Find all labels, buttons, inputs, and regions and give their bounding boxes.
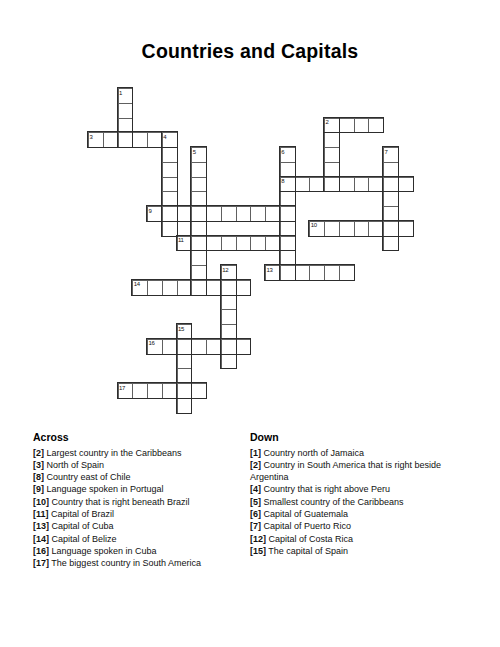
grid-cell-r8c9[interactable] — [221, 206, 237, 222]
grid-cell-r7c13[interactable] — [280, 191, 296, 207]
grid-cell-r13c9[interactable] — [221, 280, 237, 296]
grid-cell-r9c16[interactable] — [324, 221, 340, 237]
grid-cell-r4c7[interactable] — [191, 147, 207, 163]
clue-number-label: [7] — [250, 521, 261, 531]
grid-cell-r16c9[interactable] — [221, 324, 237, 340]
grid-cell-r9c18[interactable] — [354, 221, 370, 237]
grid-cell-r8c13[interactable] — [280, 206, 296, 222]
grid-cell-r17c5[interactable] — [162, 339, 178, 355]
clue-down-15: [15] The capital of Spain — [250, 545, 465, 557]
clue-number-label: [2] — [250, 460, 261, 470]
grid-cell-r8c7[interactable] — [191, 206, 207, 222]
grid-cell-r20c2[interactable] — [118, 383, 134, 399]
grid-cell-r12c7[interactable] — [191, 265, 207, 281]
clue-number-label: [14] — [33, 534, 49, 544]
grid-cell-r10c11[interactable] — [250, 236, 266, 252]
grid-cell-r10c7[interactable] — [191, 236, 207, 252]
grid-cell-r6c16[interactable] — [324, 177, 340, 193]
grid-cell-r20c3[interactable] — [132, 383, 148, 399]
clue-across-9: [9] Language spoken in Portugal — [33, 483, 245, 495]
clue-across-11: [11] Capital of Brazil — [33, 508, 245, 520]
clue-down-7: [7] Capital of Puerto Rico — [250, 520, 465, 532]
grid-cell-r3c1[interactable] — [103, 132, 119, 148]
grid-cell-r12c16[interactable] — [324, 265, 340, 281]
grid-cell-r17c6[interactable] — [177, 339, 193, 355]
clue-number-label: [10] — [33, 497, 49, 507]
clue-across-8: [8] Country east of Chile — [33, 471, 245, 483]
clue-number-label: [9] — [33, 484, 44, 494]
across-header: Across — [33, 431, 245, 443]
grid-cell-r6c13[interactable] — [280, 177, 296, 193]
grid-cell-r19c6[interactable] — [177, 368, 193, 384]
grid-cell-r6c14[interactable] — [295, 177, 311, 193]
grid-cell-r6c17[interactable] — [339, 177, 355, 193]
grid-cell-r6c7[interactable] — [191, 177, 207, 193]
clue-across-14: [14] Capital of Belize — [33, 533, 245, 545]
grid-cell-r13c6[interactable] — [177, 280, 193, 296]
grid-cell-r20c5[interactable] — [162, 383, 178, 399]
grid-cell-r8c5[interactable] — [162, 206, 178, 222]
grid-cell-r9c20[interactable] — [383, 221, 399, 237]
grid-cell-r2c2[interactable] — [118, 118, 134, 134]
down-clues-section: Down [1] Country north of Jamaica[2] Cou… — [250, 431, 465, 557]
grid-cell-r6c19[interactable] — [368, 177, 384, 193]
grid-cell-r0c2[interactable] — [118, 88, 134, 104]
grid-cell-r9c17[interactable] — [339, 221, 355, 237]
down-clue-list: [1] Country north of Jamaica[2] Country … — [250, 447, 465, 558]
grid-cell-r2c17[interactable] — [339, 118, 355, 134]
clue-number-label: [11] — [33, 509, 49, 519]
grid-cell-r9c15[interactable] — [309, 221, 325, 237]
grid-cell-r5c16[interactable] — [324, 162, 340, 178]
grid-cell-r14c9[interactable] — [221, 295, 237, 311]
grid-cell-r5c7[interactable] — [191, 162, 207, 178]
grid-cell-r21c6[interactable] — [177, 398, 193, 414]
grid-cell-r17c9[interactable] — [221, 339, 237, 355]
grid-cell-r8c8[interactable] — [206, 206, 222, 222]
grid-cell-r13c4[interactable] — [147, 280, 163, 296]
grid-cell-r10c13[interactable] — [280, 236, 296, 252]
grid-cell-r3c16[interactable] — [324, 132, 340, 148]
grid-cell-r10c12[interactable] — [265, 236, 281, 252]
grid-cell-r9c19[interactable] — [368, 221, 384, 237]
clue-number-label: [8] — [33, 472, 44, 482]
grid-cell-r13c10[interactable] — [236, 280, 252, 296]
grid-cell-r12c9[interactable] — [221, 265, 237, 281]
grid-cell-r10c6[interactable] — [177, 236, 193, 252]
grid-cell-r16c6[interactable] — [177, 324, 193, 340]
grid-cell-r12c12[interactable] — [265, 265, 281, 281]
clue-across-10: [10] Country that is right beneath Brazi… — [33, 496, 245, 508]
grid-cell-r7c7[interactable] — [191, 191, 207, 207]
clue-number-label: [16] — [33, 546, 49, 556]
grid-cell-r15c9[interactable] — [221, 309, 237, 325]
clue-down-12: [12] Capital of Costa Rica — [250, 533, 465, 545]
grid-cell-r4c20[interactable] — [383, 147, 399, 163]
grid-cell-r5c20[interactable] — [383, 162, 399, 178]
grid-cell-r4c16[interactable] — [324, 147, 340, 163]
grid-cell-r2c16[interactable] — [324, 118, 340, 134]
clue-number-label: [3] — [33, 460, 44, 470]
clue-number-label: [12] — [250, 534, 266, 544]
grid-cell-r13c7[interactable] — [191, 280, 207, 296]
grid-cell-r2c18[interactable] — [354, 118, 370, 134]
clue-down-2: [2] Country in South America that is rig… — [250, 459, 465, 484]
grid-cell-r6c15[interactable] — [309, 177, 325, 193]
grid-cell-r3c4[interactable] — [147, 132, 163, 148]
grid-cell-r20c6[interactable] — [177, 383, 193, 399]
grid-cell-r5c13[interactable] — [280, 162, 296, 178]
grid-cell-r20c4[interactable] — [147, 383, 163, 399]
clue-number-label: [1] — [250, 448, 261, 458]
grid-cell-r9c5[interactable] — [162, 221, 178, 237]
grid-cell-r13c5[interactable] — [162, 280, 178, 296]
grid-cell-r11c13[interactable] — [280, 250, 296, 266]
grid-cell-r10c10[interactable] — [236, 236, 252, 252]
grid-cell-r11c7[interactable] — [191, 250, 207, 266]
grid-cell-r17c7[interactable] — [191, 339, 207, 355]
grid-cell-r6c18[interactable] — [354, 177, 370, 193]
grid-cell-r17c8[interactable] — [206, 339, 222, 355]
grid-cell-r6c20[interactable] — [383, 177, 399, 193]
grid-cell-r12c14[interactable] — [295, 265, 311, 281]
grid-cell-r10c9[interactable] — [221, 236, 237, 252]
clue-number-label: [5] — [250, 497, 261, 507]
grid-cell-r9c21[interactable] — [398, 221, 414, 237]
grid-cell-r8c12[interactable] — [265, 206, 281, 222]
clue-number-label: [2] — [33, 448, 44, 458]
grid-cell-r3c0[interactable] — [88, 132, 104, 148]
grid-cell-r12c13[interactable] — [280, 265, 296, 281]
grid-cell-r8c11[interactable] — [250, 206, 266, 222]
across-clues-section: Across [2] Largest country in the Caribb… — [33, 431, 245, 569]
grid-cell-r13c8[interactable] — [206, 280, 222, 296]
clue-across-17: [17] The biggest country in South Americ… — [33, 557, 245, 569]
grid-cell-r4c13[interactable] — [280, 147, 296, 163]
grid-cell-r12c15[interactable] — [309, 265, 325, 281]
grid-cell-r6c21[interactable] — [398, 177, 414, 193]
clue-number-label: [17] — [33, 558, 49, 568]
clue-across-13: [13] Capital of Cuba — [33, 520, 245, 532]
grid-cell-r10c8[interactable] — [206, 236, 222, 252]
grid-cell-r7c5[interactable] — [162, 191, 178, 207]
grid-cell-r1c2[interactable] — [118, 103, 134, 119]
clue-across-16: [16] Language spoken in Cuba — [33, 545, 245, 557]
grid-cell-r10c20[interactable] — [383, 236, 399, 252]
crossword-grid: 1234567891011121314151617 — [88, 88, 413, 413]
grid-cell-r20c7[interactable] — [191, 383, 207, 399]
grid-cell-r5c5[interactable] — [162, 162, 178, 178]
clue-down-5: [5] Smallest country of the Caribbeans — [250, 496, 465, 508]
clue-down-1: [1] Country north of Jamaica — [250, 447, 465, 459]
grid-cell-r8c4[interactable] — [147, 206, 163, 222]
grid-cell-r17c4[interactable] — [147, 339, 163, 355]
grid-cell-r6c5[interactable] — [162, 177, 178, 193]
down-header: Down — [250, 431, 465, 443]
grid-cell-r9c13[interactable] — [280, 221, 296, 237]
grid-cell-r17c10[interactable] — [236, 339, 252, 355]
puzzle-title: Countries and Capitals — [0, 40, 500, 63]
grid-cell-r2c19[interactable] — [368, 118, 384, 134]
across-clue-list: [2] Largest country in the Caribbeans[3]… — [33, 447, 245, 570]
grid-cell-r13c3[interactable] — [132, 280, 148, 296]
clue-across-2: [2] Largest country in the Caribbeans — [33, 447, 245, 459]
clue-number-label: [13] — [33, 521, 49, 531]
grid-cell-r3c5[interactable] — [162, 132, 178, 148]
grid-cell-r8c6[interactable] — [177, 206, 193, 222]
clue-number-label: [15] — [250, 546, 266, 556]
grid-cell-r12c17[interactable] — [339, 265, 355, 281]
grid-cell-r18c9[interactable] — [221, 354, 237, 370]
grid-cell-r8c10[interactable] — [236, 206, 252, 222]
grid-cell-r8c20[interactable] — [383, 206, 399, 222]
grid-cell-r3c3[interactable] — [132, 132, 148, 148]
grid-cell-r4c5[interactable] — [162, 147, 178, 163]
clue-down-4: [4] Country that is right above Peru — [250, 483, 465, 495]
clue-across-3: [3] North of Spain — [33, 459, 245, 471]
grid-cell-r7c20[interactable] — [383, 191, 399, 207]
grid-cell-r3c2[interactable] — [118, 132, 134, 148]
grid-cell-r18c6[interactable] — [177, 354, 193, 370]
clue-number-label: [6] — [250, 509, 261, 519]
clue-down-6: [6] Capital of Guatemala — [250, 508, 465, 520]
clue-number-label: [4] — [250, 484, 261, 494]
grid-cell-r9c7[interactable] — [191, 221, 207, 237]
